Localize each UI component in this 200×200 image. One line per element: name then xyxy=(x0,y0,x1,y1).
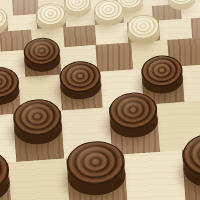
light-checker-piece[interactable] xyxy=(93,0,124,27)
square-r3c4[interactable] xyxy=(63,25,96,47)
dark-checker-piece[interactable] xyxy=(12,98,63,146)
dark-checker-piece[interactable] xyxy=(140,54,184,95)
dark-checker-piece[interactable] xyxy=(181,131,200,189)
square-r4c5[interactable] xyxy=(95,43,133,72)
dark-checker-piece[interactable] xyxy=(59,60,103,101)
dark-checker-piece[interactable] xyxy=(108,91,159,139)
checkers-board xyxy=(0,0,200,200)
square-r3c7[interactable] xyxy=(159,18,192,40)
dark-checker-piece[interactable] xyxy=(23,37,61,73)
square-r7c5[interactable] xyxy=(124,150,186,200)
light-checker-piece[interactable] xyxy=(35,2,66,31)
board-photo xyxy=(0,0,200,200)
light-checker-piece[interactable] xyxy=(126,13,160,45)
square-r3c8[interactable] xyxy=(191,16,200,38)
square-r7c3[interactable] xyxy=(8,158,70,200)
light-checker-piece[interactable] xyxy=(168,0,196,10)
square-r5c7[interactable] xyxy=(182,63,200,102)
dark-checker-piece[interactable] xyxy=(65,139,127,197)
light-checker-piece[interactable] xyxy=(64,0,92,18)
